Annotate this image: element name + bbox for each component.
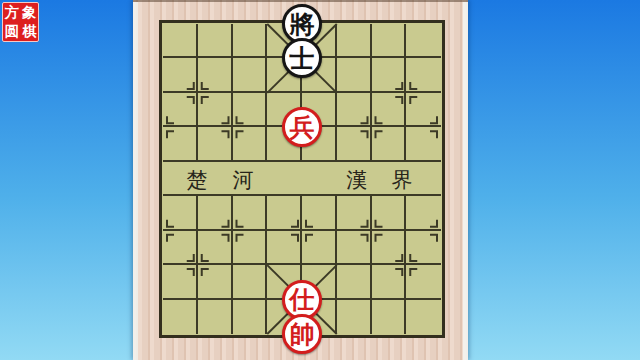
app-logo: 方 象 圆 棋: [2, 2, 39, 42]
app-background: 方 象 圆 棋 楚 河 漢 界 將士兵仕帥: [0, 0, 640, 360]
logo-char: 圆: [5, 25, 19, 39]
piece-red-soldier[interactable]: 兵: [282, 107, 322, 147]
piece-black-advisor[interactable]: 士: [282, 38, 322, 78]
pieces-layer: 將士兵仕帥: [163, 24, 441, 334]
logo-char: 棋: [22, 25, 36, 39]
logo-char: 方: [5, 6, 19, 20]
piece-red-general[interactable]: 帥: [282, 314, 322, 354]
xiangqi-board[interactable]: 楚 河 漢 界 將士兵仕帥: [159, 20, 445, 338]
logo-char: 象: [22, 6, 36, 20]
